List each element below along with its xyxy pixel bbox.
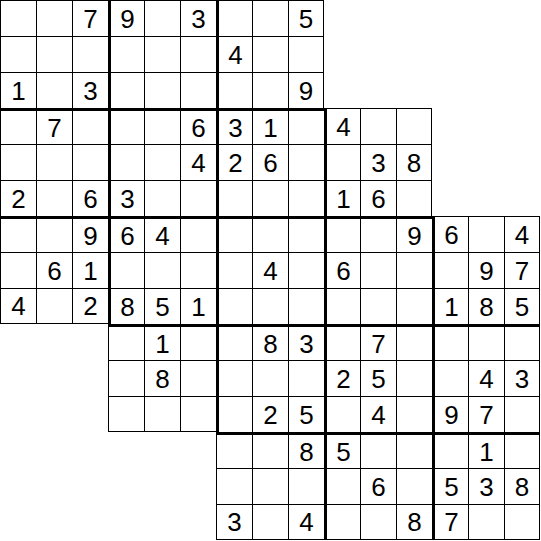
cell-r0c4[interactable] [144,0,180,36]
cell-r14c9[interactable] [324,504,360,540]
given-digit-r2c0: 1 [0,72,36,108]
cell-r2c7[interactable] [252,72,288,108]
no-cell-r0c10 [360,0,396,36]
cell-r9c5[interactable] [180,324,216,360]
cell-r1c8[interactable] [288,36,324,72]
cell-r8c1[interactable] [36,288,72,324]
cell-r14c13[interactable] [468,504,504,540]
cell-r7c3[interactable] [108,252,144,288]
cell-r7c8[interactable] [288,252,324,288]
cell-r11c14[interactable] [504,396,540,432]
puzzle-page: 7935413976314426382631696496461469742851… [0,0,541,541]
no-cell-r14c4 [144,504,180,540]
cell-r5c4[interactable] [144,180,180,216]
no-cell-r13c0 [0,468,36,504]
no-cell-r0c11 [396,0,432,36]
cell-r2c1[interactable] [36,72,72,108]
cell-r8c9[interactable] [324,288,360,324]
given-digit-r13c14: 8 [504,468,540,504]
cell-r11c6[interactable] [216,396,252,432]
tripledoku-board: 7935413976314426382631696496461469742851… [0,0,540,540]
cell-r12c14[interactable] [504,432,540,468]
cell-r5c11[interactable] [396,180,432,216]
cell-r4c1[interactable] [36,144,72,180]
no-cell-r10c1 [36,360,72,396]
cell-r12c10[interactable] [360,432,396,468]
given-digit-r7c14: 7 [504,252,540,288]
given-digit-r8c4: 5 [144,288,180,324]
cell-r12c12[interactable] [432,432,468,468]
cell-r6c10[interactable] [360,216,396,252]
cell-r6c1[interactable] [36,216,72,252]
given-digit-r11c12: 9 [432,396,468,432]
cell-r7c0[interactable] [0,252,36,288]
given-digit-r3c9: 4 [324,108,360,144]
no-cell-r3c14 [504,108,540,144]
cell-r6c5[interactable] [180,216,216,252]
given-digit-r9c10: 7 [360,324,396,360]
no-cell-r1c11 [396,36,432,72]
given-digit-r4c10: 3 [360,144,396,180]
given-digit-r6c12: 6 [432,216,468,252]
given-digit-r11c13: 7 [468,396,504,432]
no-cell-r2c13 [468,72,504,108]
given-digit-r6c2: 9 [72,216,108,252]
cell-r11c11[interactable] [396,396,432,432]
no-cell-r13c5 [180,468,216,504]
no-cell-r4c14 [504,144,540,180]
no-cell-r13c2 [72,468,108,504]
cell-r3c11[interactable] [396,108,432,144]
no-cell-r2c12 [432,72,468,108]
cell-r0c0[interactable] [0,0,36,36]
given-digit-r7c9: 6 [324,252,360,288]
cell-r8c8[interactable] [288,288,324,324]
given-digit-r10c13: 4 [468,360,504,396]
cell-r5c7[interactable] [252,180,288,216]
cell-r10c3[interactable] [108,360,144,396]
no-cell-r0c12 [432,0,468,36]
cell-r2c4[interactable] [144,72,180,108]
cell-r4c4[interactable] [144,144,180,180]
no-cell-r2c14 [504,72,540,108]
given-digit-r10c9: 2 [324,360,360,396]
cell-r7c11[interactable] [396,252,432,288]
no-cell-r12c4 [144,432,180,468]
given-digit-r4c5: 4 [180,144,216,180]
cell-r3c8[interactable] [288,108,324,144]
cell-r10c11[interactable] [396,360,432,396]
cell-r3c2[interactable] [72,108,108,144]
no-cell-r12c2 [72,432,108,468]
no-cell-r3c13 [468,108,504,144]
cell-r6c8[interactable] [288,216,324,252]
cell-r0c6[interactable] [216,0,252,36]
cell-r6c13[interactable] [468,216,504,252]
given-digit-r14c12: 7 [432,504,468,540]
given-digit-r5c0: 2 [0,180,36,216]
cell-r1c0[interactable] [0,36,36,72]
given-digit-r6c4: 4 [144,216,180,252]
given-digit-r8c12: 1 [432,288,468,324]
cell-r11c5[interactable] [180,396,216,432]
no-cell-r10c2 [72,360,108,396]
cell-r0c7[interactable] [252,0,288,36]
given-digit-r2c8: 9 [288,72,324,108]
given-digit-r11c10: 4 [360,396,396,432]
cell-r7c6[interactable] [216,252,252,288]
no-cell-r11c2 [72,396,108,432]
cell-r5c6[interactable] [216,180,252,216]
cell-r7c4[interactable] [144,252,180,288]
cell-r4c8[interactable] [288,144,324,180]
given-digit-r7c1: 6 [36,252,72,288]
given-digit-r3c6: 3 [216,108,252,144]
given-digit-r8c14: 5 [504,288,540,324]
given-digit-r5c3: 3 [108,180,144,216]
given-digit-r8c13: 8 [468,288,504,324]
cell-r6c6[interactable] [216,216,252,252]
cell-r6c7[interactable] [252,216,288,252]
cell-r1c1[interactable] [36,36,72,72]
cell-r10c12[interactable] [432,360,468,396]
no-cell-r11c1 [36,396,72,432]
no-cell-r0c14 [504,0,540,36]
cell-r13c11[interactable] [396,468,432,504]
cell-r13c7[interactable] [252,468,288,504]
given-digit-r8c3: 8 [108,288,144,324]
cell-r10c8[interactable] [288,360,324,396]
given-digit-r7c2: 1 [72,252,108,288]
cell-r12c6[interactable] [216,432,252,468]
cell-r11c4[interactable] [144,396,180,432]
given-digit-r11c8: 5 [288,396,324,432]
given-digit-r6c3: 6 [108,216,144,252]
no-cell-r13c4 [144,468,180,504]
cell-r7c12[interactable] [432,252,468,288]
no-cell-r14c1 [36,504,72,540]
given-digit-r13c13: 3 [468,468,504,504]
cell-r11c9[interactable] [324,396,360,432]
no-cell-r14c2 [72,504,108,540]
cell-r14c7[interactable] [252,504,288,540]
cell-r2c5[interactable] [180,72,216,108]
cell-r4c3[interactable] [108,144,144,180]
cell-r2c6[interactable] [216,72,252,108]
no-cell-r12c0 [0,432,36,468]
no-cell-r14c3 [108,504,144,540]
given-digit-r13c10: 6 [360,468,396,504]
cell-r1c5[interactable] [180,36,216,72]
cell-r2c3[interactable] [108,72,144,108]
cell-r12c11[interactable] [396,432,432,468]
cell-r5c5[interactable] [180,180,216,216]
given-digit-r9c4: 1 [144,324,180,360]
cell-r0c1[interactable] [36,0,72,36]
given-digit-r12c13: 1 [468,432,504,468]
given-digit-r4c11: 8 [396,144,432,180]
no-cell-r12c5 [180,432,216,468]
cell-r4c2[interactable] [72,144,108,180]
cell-r13c9[interactable] [324,468,360,504]
given-digit-r12c9: 5 [324,432,360,468]
no-cell-r0c9 [324,0,360,36]
cell-r11c3[interactable] [108,396,144,432]
given-digit-r0c8: 5 [288,0,324,36]
cell-r12c7[interactable] [252,432,288,468]
cell-r10c7[interactable] [252,360,288,396]
given-digit-r4c6: 2 [216,144,252,180]
given-digit-r9c7: 8 [252,324,288,360]
no-cell-r1c9 [324,36,360,72]
cell-r13c6[interactable] [216,468,252,504]
given-digit-r8c0: 4 [0,288,36,324]
given-digit-r4c7: 6 [252,144,288,180]
cell-r3c0[interactable] [0,108,36,144]
no-cell-r2c11 [396,72,432,108]
cell-r10c6[interactable] [216,360,252,396]
cell-r9c14[interactable] [504,324,540,360]
cell-r7c5[interactable] [180,252,216,288]
no-cell-r13c3 [108,468,144,504]
given-digit-r2c2: 3 [72,72,108,108]
no-cell-r1c12 [432,36,468,72]
cell-r6c0[interactable] [0,216,36,252]
no-cell-r9c0 [0,324,36,360]
given-digit-r0c5: 3 [180,0,216,36]
cell-r10c5[interactable] [180,360,216,396]
given-digit-r9c8: 3 [288,324,324,360]
given-digit-r10c14: 3 [504,360,540,396]
no-cell-r2c9 [324,72,360,108]
no-cell-r11c0 [0,396,36,432]
no-cell-r1c13 [468,36,504,72]
given-digit-r5c9: 1 [324,180,360,216]
cell-r3c4[interactable] [144,108,180,144]
no-cell-r3c12 [432,108,468,144]
cell-r7c10[interactable] [360,252,396,288]
no-cell-r9c2 [72,324,108,360]
cell-r4c9[interactable] [324,144,360,180]
cell-r5c8[interactable] [288,180,324,216]
no-cell-r14c5 [180,504,216,540]
no-cell-r12c3 [108,432,144,468]
cell-r3c10[interactable] [360,108,396,144]
no-cell-r9c1 [36,324,72,360]
cell-r5c1[interactable] [36,180,72,216]
cell-r9c12[interactable] [432,324,468,360]
given-digit-r3c7: 1 [252,108,288,144]
cell-r1c3[interactable] [108,36,144,72]
given-digit-r7c7: 4 [252,252,288,288]
given-digit-r11c7: 2 [252,396,288,432]
cell-r14c14[interactable] [504,504,540,540]
given-digit-r3c1: 7 [36,108,72,144]
given-digit-r13c12: 5 [432,468,468,504]
given-digit-r10c10: 5 [360,360,396,396]
no-cell-r5c13 [468,180,504,216]
cell-r8c6[interactable] [216,288,252,324]
cell-r9c9[interactable] [324,324,360,360]
no-cell-r5c14 [504,180,540,216]
no-cell-r5c12 [432,180,468,216]
given-digit-r5c2: 6 [72,180,108,216]
cell-r8c10[interactable] [360,288,396,324]
given-digit-r0c3: 9 [108,0,144,36]
cell-r4c0[interactable] [0,144,36,180]
given-digit-r14c6: 3 [216,504,252,540]
no-cell-r4c13 [468,144,504,180]
cell-r3c3[interactable] [108,108,144,144]
given-digit-r6c14: 4 [504,216,540,252]
cell-r1c7[interactable] [252,36,288,72]
cell-r9c3[interactable] [108,324,144,360]
cell-r8c7[interactable] [252,288,288,324]
no-cell-r0c13 [468,0,504,36]
given-digit-r6c11: 9 [396,216,432,252]
given-digit-r5c10: 6 [360,180,396,216]
cell-r9c6[interactable] [216,324,252,360]
given-digit-r1c6: 4 [216,36,252,72]
cell-r9c11[interactable] [396,324,432,360]
given-digit-r8c2: 2 [72,288,108,324]
no-cell-r10c0 [0,360,36,396]
given-digit-r12c8: 8 [288,432,324,468]
given-digit-r14c8: 4 [288,504,324,540]
no-cell-r1c14 [504,36,540,72]
no-cell-r4c12 [432,144,468,180]
cell-r14c10[interactable] [360,504,396,540]
no-cell-r13c1 [36,468,72,504]
no-cell-r12c1 [36,432,72,468]
given-digit-r14c11: 8 [396,504,432,540]
cell-r8c11[interactable] [396,288,432,324]
given-digit-r7c13: 9 [468,252,504,288]
given-digit-r0c2: 7 [72,0,108,36]
cell-r13c8[interactable] [288,468,324,504]
no-cell-r1c10 [360,36,396,72]
no-cell-r2c10 [360,72,396,108]
cell-r1c4[interactable] [144,36,180,72]
cell-r1c2[interactable] [72,36,108,72]
given-digit-r3c5: 6 [180,108,216,144]
cell-r6c9[interactable] [324,216,360,252]
no-cell-r14c0 [0,504,36,540]
given-digit-r8c5: 1 [180,288,216,324]
cell-r9c13[interactable] [468,324,504,360]
given-digit-r10c4: 8 [144,360,180,396]
